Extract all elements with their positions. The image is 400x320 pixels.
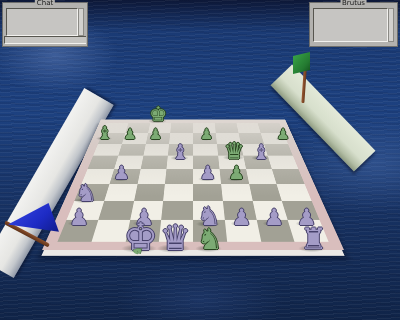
piece-white-queen[interactable]: ♛: [159, 220, 191, 255]
piece-white-pawn[interactable]: ♟: [69, 206, 89, 229]
piece-black-queen[interactable]: ♛: [224, 139, 245, 162]
piece-black-king[interactable]: ♚: [149, 105, 167, 125]
piece-white-pawn[interactable]: ♟: [113, 164, 129, 182]
piece-white-pawn[interactable]: ♟: [200, 164, 216, 182]
piece-black-pawn[interactable]: ♟: [277, 127, 290, 142]
piece-white-pawn[interactable]: ♟: [264, 206, 284, 229]
chat-panel: Chat: [2, 2, 88, 47]
piece-black-pawn[interactable]: ♟: [124, 127, 137, 142]
game-screen: ♚♝♟♟♟♟♝♛♝♟♟♟♞♟♟♞♟♟♟♚♛♞♜ ♞ Chat Brutus: [0, 0, 400, 320]
engine-scrollbar[interactable]: [388, 8, 394, 42]
chat-panel-title: Chat: [35, 0, 55, 7]
piece-black-knight[interactable]: ♞: [197, 225, 223, 254]
chat-input[interactable]: [4, 36, 86, 44]
piece-white-bishop[interactable]: ♝: [171, 142, 189, 162]
chat-message-list[interactable]: [6, 8, 78, 36]
engine-move-list[interactable]: [313, 8, 388, 42]
piece-white-pawn[interactable]: ♟: [231, 206, 251, 229]
piece-white-rook[interactable]: ♜: [300, 225, 326, 254]
engine-panel: Brutus: [309, 2, 398, 47]
chat-scrollbar[interactable]: [78, 8, 84, 36]
piece-black-pawn[interactable]: ♟: [200, 127, 213, 142]
piece-black-bishop[interactable]: ♝: [97, 124, 113, 142]
pieces-layer: ♚♝♟♟♟♟♝♛♝♟♟♟♞♟♟♞♟♟♟♚♛♞♜: [0, 0, 400, 320]
piece-black-pawn[interactable]: ♟: [149, 127, 162, 142]
piece-white-knight[interactable]: ♞: [75, 182, 96, 206]
piece-black-pawn[interactable]: ♟: [228, 164, 244, 182]
engine-panel-title: Brutus: [340, 0, 367, 7]
piece-white-bishop[interactable]: ♝: [252, 142, 270, 162]
